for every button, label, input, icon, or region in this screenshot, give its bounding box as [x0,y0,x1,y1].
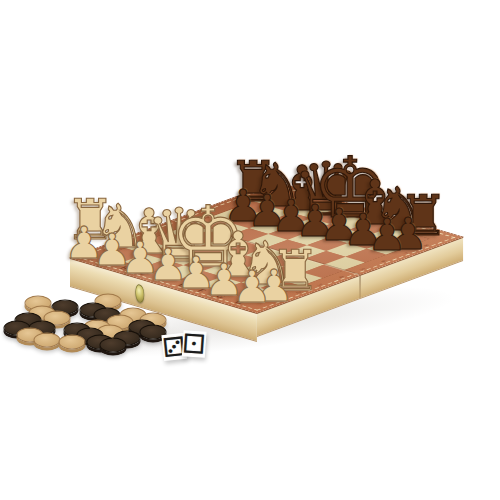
die-1: ⚀ [182,330,206,358]
product-photo-scene: ABCDEFGH12345678 ♜♞♝♛♚♝♞♜♟♟♟♟♟♟♟♟♜♞♝♛♚♝♞… [0,0,500,500]
dice-pair: ⚂⚀ [0,0,500,500]
